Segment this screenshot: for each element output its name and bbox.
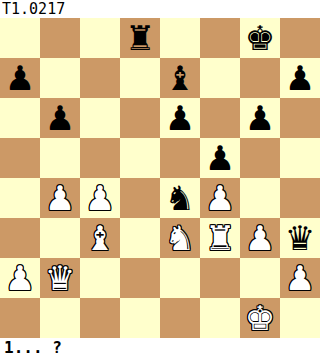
square-g8[interactable]: ♚ (240, 18, 280, 58)
square-e7[interactable]: ♝ (160, 58, 200, 98)
square-d5[interactable] (120, 138, 160, 178)
square-d4[interactable] (120, 178, 160, 218)
square-a6[interactable] (0, 98, 40, 138)
square-a2[interactable]: ♟ (0, 258, 40, 298)
white-pawn-c4: ♟ (85, 178, 115, 218)
square-c1[interactable] (80, 298, 120, 338)
white-pawn-b4: ♟ (45, 178, 75, 218)
square-e1[interactable] (160, 298, 200, 338)
white-pawn-h2: ♟ (285, 258, 315, 298)
square-f1[interactable] (200, 298, 240, 338)
square-b8[interactable] (40, 18, 80, 58)
square-g6[interactable]: ♟ (240, 98, 280, 138)
square-g2[interactable] (240, 258, 280, 298)
square-g5[interactable] (240, 138, 280, 178)
square-h4[interactable] (280, 178, 320, 218)
square-g3[interactable]: ♟ (240, 218, 280, 258)
black-pawn-g6: ♟ (245, 98, 275, 138)
square-c2[interactable] (80, 258, 120, 298)
square-h7[interactable]: ♟ (280, 58, 320, 98)
square-f5[interactable]: ♟ (200, 138, 240, 178)
black-rook-d8: ♜ (125, 18, 155, 58)
square-c5[interactable] (80, 138, 120, 178)
square-b6[interactable]: ♟ (40, 98, 80, 138)
square-f3[interactable]: ♜ (200, 218, 240, 258)
black-pawn-f5: ♟ (205, 138, 235, 178)
square-b5[interactable] (40, 138, 80, 178)
square-h2[interactable]: ♟ (280, 258, 320, 298)
white-pawn-f4: ♟ (205, 178, 235, 218)
square-f7[interactable] (200, 58, 240, 98)
move-prompt: 1... ? (0, 338, 320, 360)
black-pawn-e6: ♟ (165, 98, 195, 138)
square-e2[interactable] (160, 258, 200, 298)
black-knight-e4: ♞ (165, 178, 195, 218)
black-king-g8: ♚ (245, 18, 275, 58)
square-c8[interactable] (80, 18, 120, 58)
square-e3[interactable]: ♞ (160, 218, 200, 258)
square-h3[interactable]: ♛ (280, 218, 320, 258)
square-f6[interactable] (200, 98, 240, 138)
black-bishop-e7: ♝ (165, 58, 195, 98)
square-f2[interactable] (200, 258, 240, 298)
square-f4[interactable]: ♟ (200, 178, 240, 218)
square-e6[interactable]: ♟ (160, 98, 200, 138)
chess-board: ♜♚♟♝♟♟♟♟♟♟♟♞♟♝♞♜♟♛♟♛♟♚ (0, 18, 320, 338)
square-a3[interactable] (0, 218, 40, 258)
square-h1[interactable] (280, 298, 320, 338)
square-d1[interactable] (120, 298, 160, 338)
square-a8[interactable] (0, 18, 40, 58)
square-g7[interactable] (240, 58, 280, 98)
black-pawn-h7: ♟ (285, 58, 315, 98)
square-d6[interactable] (120, 98, 160, 138)
square-a7[interactable]: ♟ (0, 58, 40, 98)
square-d2[interactable] (120, 258, 160, 298)
black-pawn-a7: ♟ (5, 58, 35, 98)
square-h8[interactable] (280, 18, 320, 58)
square-f8[interactable] (200, 18, 240, 58)
white-queen-b2: ♛ (45, 258, 75, 298)
square-b3[interactable] (40, 218, 80, 258)
square-g1[interactable]: ♚ (240, 298, 280, 338)
square-d8[interactable]: ♜ (120, 18, 160, 58)
white-pawn-g3: ♟ (245, 218, 275, 258)
square-a1[interactable] (0, 298, 40, 338)
black-pawn-b6: ♟ (45, 98, 75, 138)
square-h6[interactable] (280, 98, 320, 138)
puzzle-id: T1.0217 (0, 0, 320, 18)
white-king-g1: ♚ (245, 298, 275, 338)
square-b2[interactable]: ♛ (40, 258, 80, 298)
square-d3[interactable] (120, 218, 160, 258)
square-e5[interactable] (160, 138, 200, 178)
square-a4[interactable] (0, 178, 40, 218)
square-h5[interactable] (280, 138, 320, 178)
square-g4[interactable] (240, 178, 280, 218)
white-pawn-a2: ♟ (5, 258, 35, 298)
square-c6[interactable] (80, 98, 120, 138)
square-c7[interactable] (80, 58, 120, 98)
square-e4[interactable]: ♞ (160, 178, 200, 218)
square-a5[interactable] (0, 138, 40, 178)
white-knight-e3: ♞ (165, 218, 195, 258)
square-c4[interactable]: ♟ (80, 178, 120, 218)
square-b7[interactable] (40, 58, 80, 98)
square-e8[interactable] (160, 18, 200, 58)
square-c3[interactable]: ♝ (80, 218, 120, 258)
black-queen-h3: ♛ (285, 218, 315, 258)
white-bishop-c3: ♝ (85, 218, 115, 258)
square-b4[interactable]: ♟ (40, 178, 80, 218)
white-rook-f3: ♜ (205, 218, 235, 258)
square-b1[interactable] (40, 298, 80, 338)
puzzle-page: T1.0217 ♜♚♟♝♟♟♟♟♟♟♟♞♟♝♞♜♟♛♟♛♟♚ 1... ? (0, 0, 320, 360)
square-d7[interactable] (120, 58, 160, 98)
